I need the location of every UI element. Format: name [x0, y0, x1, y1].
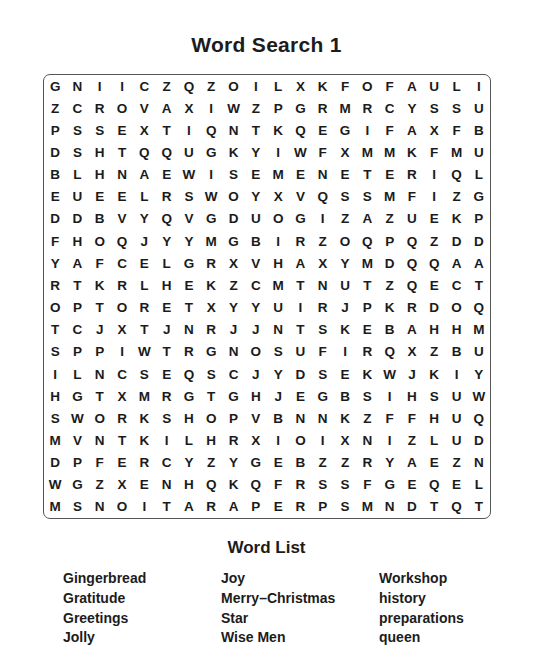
grid-cell-r19c20[interactable]: L — [468, 474, 490, 496]
grid-cell-r10c14[interactable]: U — [334, 274, 356, 296]
grid-cell-r7c3[interactable]: B — [89, 208, 111, 230]
grid-cell-r3c20[interactable]: B — [468, 119, 490, 141]
grid-cell-r17c7[interactable]: L — [178, 429, 200, 451]
grid-cell-r2c1[interactable]: Z — [44, 97, 66, 119]
grid-cell-r8c12[interactable]: R — [289, 230, 311, 252]
grid-cell-r17c10[interactable]: X — [245, 429, 267, 451]
grid-cell-r1c2[interactable]: N — [66, 75, 88, 97]
grid-cell-r20c2[interactable]: S — [66, 496, 88, 518]
grid-cell-r13c4[interactable]: I — [111, 341, 133, 363]
grid-cell-r20c14[interactable]: S — [334, 496, 356, 518]
grid-cell-r4c7[interactable]: U — [178, 141, 200, 163]
grid-cell-r2c9[interactable]: W — [222, 97, 244, 119]
grid-cell-r3c14[interactable]: G — [334, 119, 356, 141]
grid-cell-r4c18[interactable]: F — [423, 141, 445, 163]
grid-cell-r2c11[interactable]: P — [267, 97, 289, 119]
grid-cell-r18c12[interactable]: B — [289, 452, 311, 474]
grid-cell-r10c18[interactable]: E — [423, 274, 445, 296]
grid-cell-r19c5[interactable]: E — [133, 474, 155, 496]
grid-cell-r1c15[interactable]: O — [356, 75, 378, 97]
grid-cell-r2c17[interactable]: Y — [401, 97, 423, 119]
grid-cell-r19c12[interactable]: R — [289, 474, 311, 496]
grid-cell-r8c19[interactable]: D — [445, 230, 467, 252]
grid-cell-r8c8[interactable]: M — [200, 230, 222, 252]
grid-cell-r13c1[interactable]: S — [44, 341, 66, 363]
grid-cell-r12c8[interactable]: R — [200, 319, 222, 341]
grid-cell-r17c6[interactable]: I — [155, 429, 177, 451]
grid-cell-r6c8[interactable]: W — [200, 186, 222, 208]
grid-cell-r2c6[interactable]: A — [155, 97, 177, 119]
grid-cell-r20c6[interactable]: T — [155, 496, 177, 518]
grid-cell-r14c3[interactable]: N — [89, 363, 111, 385]
grid-cell-r15c9[interactable]: G — [222, 385, 244, 407]
grid-cell-r13c8[interactable]: G — [200, 341, 222, 363]
grid-cell-r16c2[interactable]: W — [66, 407, 88, 429]
grid-cell-r7c5[interactable]: Y — [133, 208, 155, 230]
grid-cell-r4c16[interactable]: M — [378, 141, 400, 163]
grid-cell-r16c3[interactable]: O — [89, 407, 111, 429]
grid-cell-r3c8[interactable]: Q — [200, 119, 222, 141]
grid-cell-r8c14[interactable]: O — [334, 230, 356, 252]
grid-cell-r6c18[interactable]: I — [423, 186, 445, 208]
grid-cell-r6c10[interactable]: Y — [245, 186, 267, 208]
grid-cell-r8c9[interactable]: G — [222, 230, 244, 252]
grid-cell-r14c19[interactable]: I — [445, 363, 467, 385]
grid-cell-r15c10[interactable]: H — [245, 385, 267, 407]
grid-cell-r11c13[interactable]: R — [312, 296, 334, 318]
grid-cell-r17c12[interactable]: O — [289, 429, 311, 451]
grid-cell-r12c3[interactable]: J — [89, 319, 111, 341]
grid-cell-r2c10[interactable]: Z — [245, 97, 267, 119]
grid-cell-r19c13[interactable]: S — [312, 474, 334, 496]
grid-cell-r1c7[interactable]: Q — [178, 75, 200, 97]
grid-cell-r11c12[interactable]: I — [289, 296, 311, 318]
grid-cell-r12c1[interactable]: T — [44, 319, 66, 341]
grid-cell-r12c2[interactable]: C — [66, 319, 88, 341]
grid-cell-r16c19[interactable]: U — [445, 407, 467, 429]
grid-cell-r2c15[interactable]: R — [356, 97, 378, 119]
grid-cell-r11c17[interactable]: R — [401, 296, 423, 318]
grid-cell-r7c20[interactable]: P — [468, 208, 490, 230]
grid-cell-r17c3[interactable]: N — [89, 429, 111, 451]
grid-cell-r11c1[interactable]: O — [44, 296, 66, 318]
grid-cell-r14c1[interactable]: I — [44, 363, 66, 385]
grid-cell-r9c9[interactable]: X — [222, 252, 244, 274]
grid-cell-r19c18[interactable]: Q — [423, 474, 445, 496]
grid-cell-r9c15[interactable]: M — [356, 252, 378, 274]
grid-cell-r20c19[interactable]: Q — [445, 496, 467, 518]
grid-cell-r9c7[interactable]: G — [178, 252, 200, 274]
grid-cell-r18c1[interactable]: D — [44, 452, 66, 474]
grid-cell-r14c10[interactable]: J — [245, 363, 267, 385]
grid-cell-r2c4[interactable]: O — [111, 97, 133, 119]
grid-cell-r5c5[interactable]: A — [133, 164, 155, 186]
grid-cell-r12c6[interactable]: J — [155, 319, 177, 341]
grid-cell-r10c2[interactable]: T — [66, 274, 88, 296]
grid-cell-r3c19[interactable]: F — [445, 119, 467, 141]
grid-cell-r3c12[interactable]: Q — [289, 119, 311, 141]
grid-cell-r14c2[interactable]: L — [66, 363, 88, 385]
grid-cell-r19c11[interactable]: F — [267, 474, 289, 496]
grid-cell-r13c14[interactable]: I — [334, 341, 356, 363]
grid-cell-r11c14[interactable]: J — [334, 296, 356, 318]
grid-cell-r3c3[interactable]: S — [89, 119, 111, 141]
grid-cell-r16c15[interactable]: Z — [356, 407, 378, 429]
grid-cell-r6c5[interactable]: L — [133, 186, 155, 208]
grid-cell-r10c3[interactable]: K — [89, 274, 111, 296]
grid-cell-r15c18[interactable]: S — [423, 385, 445, 407]
grid-cell-r1c3[interactable]: I — [89, 75, 111, 97]
grid-cell-r3c6[interactable]: T — [155, 119, 177, 141]
grid-cell-r1c18[interactable]: U — [423, 75, 445, 97]
grid-cell-r19c2[interactable]: G — [66, 474, 88, 496]
grid-cell-r7c13[interactable]: I — [312, 208, 334, 230]
grid-cell-r9c16[interactable]: D — [378, 252, 400, 274]
grid-cell-r14c17[interactable]: J — [401, 363, 423, 385]
grid-cell-r7c17[interactable]: U — [401, 208, 423, 230]
grid-cell-r16c6[interactable]: S — [155, 407, 177, 429]
grid-cell-r20c11[interactable]: E — [267, 496, 289, 518]
grid-cell-r20c4[interactable]: O — [111, 496, 133, 518]
grid-cell-r11c4[interactable]: O — [111, 296, 133, 318]
grid-cell-r1c11[interactable]: L — [267, 75, 289, 97]
grid-cell-r19c6[interactable]: N — [155, 474, 177, 496]
grid-cell-r5c2[interactable]: L — [66, 164, 88, 186]
grid-cell-r3c1[interactable]: P — [44, 119, 66, 141]
grid-cell-r16c14[interactable]: K — [334, 407, 356, 429]
grid-cell-r8c4[interactable]: Q — [111, 230, 133, 252]
grid-cell-r15c14[interactable]: B — [334, 385, 356, 407]
grid-cell-r9c1[interactable]: Y — [44, 252, 66, 274]
grid-cell-r2c14[interactable]: M — [334, 97, 356, 119]
grid-cell-r13c5[interactable]: W — [133, 341, 155, 363]
grid-cell-r4c1[interactable]: D — [44, 141, 66, 163]
grid-cell-r18c15[interactable]: R — [356, 452, 378, 474]
grid-cell-r14c16[interactable]: W — [378, 363, 400, 385]
grid-cell-r8c6[interactable]: Y — [155, 230, 177, 252]
grid-cell-r4c13[interactable]: F — [312, 141, 334, 163]
grid-cell-r3c7[interactable]: I — [178, 119, 200, 141]
grid-cell-r18c13[interactable]: Z — [312, 452, 334, 474]
grid-cell-r10c12[interactable]: T — [289, 274, 311, 296]
grid-cell-r14c13[interactable]: S — [312, 363, 334, 385]
grid-cell-r20c12[interactable]: R — [289, 496, 311, 518]
grid-cell-r7c11[interactable]: O — [267, 208, 289, 230]
grid-cell-r10c19[interactable]: C — [445, 274, 467, 296]
grid-cell-r14c11[interactable]: Y — [267, 363, 289, 385]
grid-cell-r20c15[interactable]: M — [356, 496, 378, 518]
grid-cell-r1c16[interactable]: F — [378, 75, 400, 97]
grid-cell-r18c20[interactable]: N — [468, 452, 490, 474]
grid-cell-r4c4[interactable]: T — [111, 141, 133, 163]
grid-cell-r17c2[interactable]: V — [66, 429, 88, 451]
grid-cell-r16c13[interactable]: N — [312, 407, 334, 429]
grid-cell-r20c1[interactable]: M — [44, 496, 66, 518]
grid-cell-r9c10[interactable]: V — [245, 252, 267, 274]
grid-cell-r1c17[interactable]: A — [401, 75, 423, 97]
grid-cell-r6c3[interactable]: E — [89, 186, 111, 208]
grid-cell-r7c7[interactable]: V — [178, 208, 200, 230]
grid-cell-r12c13[interactable]: S — [312, 319, 334, 341]
grid-cell-r4c2[interactable]: S — [66, 141, 88, 163]
grid-cell-r15c7[interactable]: G — [178, 385, 200, 407]
grid-cell-r10c8[interactable]: K — [200, 274, 222, 296]
grid-cell-r6c6[interactable]: R — [155, 186, 177, 208]
grid-cell-r10c5[interactable]: L — [133, 274, 155, 296]
grid-cell-r1c20[interactable]: I — [468, 75, 490, 97]
grid-cell-r19c19[interactable]: E — [445, 474, 467, 496]
grid-cell-r5c7[interactable]: W — [178, 164, 200, 186]
grid-cell-r12c18[interactable]: H — [423, 319, 445, 341]
grid-cell-r2c12[interactable]: G — [289, 97, 311, 119]
grid-cell-r16c11[interactable]: B — [267, 407, 289, 429]
grid-cell-r15c2[interactable]: G — [66, 385, 88, 407]
grid-cell-r11c8[interactable]: X — [200, 296, 222, 318]
grid-cell-r8c11[interactable]: I — [267, 230, 289, 252]
grid-cell-r16c10[interactable]: V — [245, 407, 267, 429]
grid-cell-r5c6[interactable]: E — [155, 164, 177, 186]
grid-cell-r18c3[interactable]: F — [89, 452, 111, 474]
grid-cell-r2c5[interactable]: V — [133, 97, 155, 119]
grid-cell-r14c9[interactable]: C — [222, 363, 244, 385]
grid-cell-r7c12[interactable]: G — [289, 208, 311, 230]
grid-cell-r18c10[interactable]: G — [245, 452, 267, 474]
grid-cell-r13c20[interactable]: U — [468, 341, 490, 363]
grid-cell-r12c20[interactable]: M — [468, 319, 490, 341]
grid-cell-r2c13[interactable]: R — [312, 97, 334, 119]
grid-cell-r15c6[interactable]: R — [155, 385, 177, 407]
grid-cell-r18c4[interactable]: E — [111, 452, 133, 474]
grid-cell-r18c2[interactable]: P — [66, 452, 88, 474]
grid-cell-r1c6[interactable]: Z — [155, 75, 177, 97]
grid-cell-r11c9[interactable]: Y — [222, 296, 244, 318]
grid-cell-r17c5[interactable]: K — [133, 429, 155, 451]
grid-cell-r10c11[interactable]: M — [267, 274, 289, 296]
grid-cell-r16c7[interactable]: H — [178, 407, 200, 429]
grid-cell-r15c20[interactable]: W — [468, 385, 490, 407]
grid-cell-r2c19[interactable]: S — [445, 97, 467, 119]
grid-cell-r6c4[interactable]: E — [111, 186, 133, 208]
grid-cell-r20c8[interactable]: R — [200, 496, 222, 518]
grid-cell-r3c5[interactable]: X — [133, 119, 155, 141]
grid-cell-r7c6[interactable]: Q — [155, 208, 177, 230]
grid-cell-r17c16[interactable]: I — [378, 429, 400, 451]
grid-cell-r3c2[interactable]: S — [66, 119, 88, 141]
grid-cell-r6c20[interactable]: G — [468, 186, 490, 208]
grid-cell-r18c16[interactable]: Y — [378, 452, 400, 474]
grid-cell-r12c10[interactable]: J — [245, 319, 267, 341]
grid-cell-r9c17[interactable]: Q — [401, 252, 423, 274]
grid-cell-r5c3[interactable]: H — [89, 164, 111, 186]
grid-cell-r14c7[interactable]: Q — [178, 363, 200, 385]
grid-cell-r11c15[interactable]: P — [356, 296, 378, 318]
grid-cell-r11c18[interactable]: D — [423, 296, 445, 318]
grid-cell-r13c11[interactable]: S — [267, 341, 289, 363]
grid-cell-r6c15[interactable]: S — [356, 186, 378, 208]
grid-cell-r2c7[interactable]: X — [178, 97, 200, 119]
grid-cell-r19c1[interactable]: W — [44, 474, 66, 496]
grid-cell-r20c5[interactable]: I — [133, 496, 155, 518]
grid-cell-r7c9[interactable]: D — [222, 208, 244, 230]
grid-cell-r11c16[interactable]: K — [378, 296, 400, 318]
grid-cell-r7c19[interactable]: K — [445, 208, 467, 230]
grid-cell-r7c18[interactable]: E — [423, 208, 445, 230]
grid-cell-r3c15[interactable]: I — [356, 119, 378, 141]
grid-cell-r7c2[interactable]: D — [66, 208, 88, 230]
grid-cell-r14c5[interactable]: S — [133, 363, 155, 385]
grid-cell-r2c2[interactable]: C — [66, 97, 88, 119]
grid-cell-r19c14[interactable]: S — [334, 474, 356, 496]
grid-cell-r14c20[interactable]: Y — [468, 363, 490, 385]
grid-cell-r9c8[interactable]: R — [200, 252, 222, 274]
grid-cell-r20c10[interactable]: P — [245, 496, 267, 518]
grid-cell-r9c12[interactable]: A — [289, 252, 311, 274]
grid-cell-r12c12[interactable]: T — [289, 319, 311, 341]
grid-cell-r12c4[interactable]: X — [111, 319, 133, 341]
grid-cell-r10c10[interactable]: C — [245, 274, 267, 296]
grid-cell-r15c19[interactable]: U — [445, 385, 467, 407]
grid-cell-r14c15[interactable]: K — [356, 363, 378, 385]
grid-cell-r5c4[interactable]: N — [111, 164, 133, 186]
grid-cell-r15c3[interactable]: T — [89, 385, 111, 407]
grid-cell-r3c17[interactable]: A — [401, 119, 423, 141]
grid-cell-r1c4[interactable]: I — [111, 75, 133, 97]
grid-cell-r4c12[interactable]: W — [289, 141, 311, 163]
grid-cell-r19c7[interactable]: H — [178, 474, 200, 496]
grid-cell-r5c12[interactable]: E — [289, 164, 311, 186]
grid-cell-r18c18[interactable]: E — [423, 452, 445, 474]
grid-cell-r3c18[interactable]: X — [423, 119, 445, 141]
grid-cell-r11c19[interactable]: O — [445, 296, 467, 318]
grid-cell-r5c16[interactable]: E — [378, 164, 400, 186]
grid-cell-r7c16[interactable]: Z — [378, 208, 400, 230]
grid-cell-r18c19[interactable]: Z — [445, 452, 467, 474]
grid-cell-r6c16[interactable]: M — [378, 186, 400, 208]
grid-cell-r13c6[interactable]: T — [155, 341, 177, 363]
grid-cell-r6c14[interactable]: S — [334, 186, 356, 208]
grid-cell-r8c5[interactable]: J — [133, 230, 155, 252]
grid-cell-r4c14[interactable]: X — [334, 141, 356, 163]
grid-cell-r14c12[interactable]: D — [289, 363, 311, 385]
grid-cell-r5c14[interactable]: E — [334, 164, 356, 186]
grid-cell-r16c18[interactable]: H — [423, 407, 445, 429]
grid-cell-r13c7[interactable]: R — [178, 341, 200, 363]
grid-cell-r16c12[interactable]: N — [289, 407, 311, 429]
grid-cell-r17c13[interactable]: I — [312, 429, 334, 451]
grid-cell-r14c6[interactable]: E — [155, 363, 177, 385]
grid-cell-r5c10[interactable]: E — [245, 164, 267, 186]
grid-cell-r13c15[interactable]: R — [356, 341, 378, 363]
grid-cell-r10c13[interactable]: N — [312, 274, 334, 296]
grid-cell-r19c15[interactable]: F — [356, 474, 378, 496]
grid-cell-r6c13[interactable]: Q — [312, 186, 334, 208]
grid-cell-r6c7[interactable]: S — [178, 186, 200, 208]
grid-cell-r1c8[interactable]: Z — [200, 75, 222, 97]
grid-cell-r8c10[interactable]: B — [245, 230, 267, 252]
grid-cell-r17c17[interactable]: Z — [401, 429, 423, 451]
grid-cell-r15c13[interactable]: G — [312, 385, 334, 407]
grid-cell-r17c14[interactable]: X — [334, 429, 356, 451]
grid-cell-r12c19[interactable]: H — [445, 319, 467, 341]
grid-cell-r10c6[interactable]: H — [155, 274, 177, 296]
grid-cell-r9c13[interactable]: X — [312, 252, 334, 274]
grid-cell-r5c13[interactable]: N — [312, 164, 334, 186]
grid-cell-r8c16[interactable]: P — [378, 230, 400, 252]
grid-cell-r20c7[interactable]: A — [178, 496, 200, 518]
grid-cell-r16c16[interactable]: F — [378, 407, 400, 429]
grid-cell-r19c17[interactable]: E — [401, 474, 423, 496]
grid-cell-r15c12[interactable]: E — [289, 385, 311, 407]
grid-cell-r9c19[interactable]: A — [445, 252, 467, 274]
grid-cell-r2c20[interactable]: U — [468, 97, 490, 119]
grid-cell-r4c5[interactable]: Q — [133, 141, 155, 163]
grid-cell-r4c10[interactable]: Y — [245, 141, 267, 163]
grid-cell-r13c9[interactable]: N — [222, 341, 244, 363]
grid-cell-r8c7[interactable]: Y — [178, 230, 200, 252]
grid-cell-r13c16[interactable]: Q — [378, 341, 400, 363]
grid-cell-r10c1[interactable]: R — [44, 274, 66, 296]
grid-cell-r17c15[interactable]: N — [356, 429, 378, 451]
grid-cell-r9c20[interactable]: A — [468, 252, 490, 274]
grid-cell-r19c8[interactable]: Q — [200, 474, 222, 496]
grid-cell-r18c9[interactable]: Y — [222, 452, 244, 474]
grid-cell-r6c12[interactable]: V — [289, 186, 311, 208]
grid-cell-r18c5[interactable]: R — [133, 452, 155, 474]
grid-cell-r4c11[interactable]: I — [267, 141, 289, 163]
grid-cell-r12c15[interactable]: E — [356, 319, 378, 341]
grid-cell-r5c9[interactable]: S — [222, 164, 244, 186]
grid-cell-r5c11[interactable]: M — [267, 164, 289, 186]
grid-cell-r11c10[interactable]: Y — [245, 296, 267, 318]
grid-cell-r14c8[interactable]: S — [200, 363, 222, 385]
grid-cell-r9c6[interactable]: L — [155, 252, 177, 274]
grid-cell-r17c8[interactable]: H — [200, 429, 222, 451]
grid-cell-r18c7[interactable]: Y — [178, 452, 200, 474]
grid-cell-r18c6[interactable]: C — [155, 452, 177, 474]
grid-cell-r15c16[interactable]: I — [378, 385, 400, 407]
grid-cell-r13c2[interactable]: P — [66, 341, 88, 363]
grid-cell-r4c20[interactable]: U — [468, 141, 490, 163]
grid-cell-r17c4[interactable]: T — [111, 429, 133, 451]
grid-cell-r10c16[interactable]: Z — [378, 274, 400, 296]
grid-cell-r18c17[interactable]: A — [401, 452, 423, 474]
grid-cell-r1c10[interactable]: I — [245, 75, 267, 97]
grid-cell-r7c1[interactable]: D — [44, 208, 66, 230]
grid-cell-r14c14[interactable]: E — [334, 363, 356, 385]
grid-cell-r7c8[interactable]: G — [200, 208, 222, 230]
grid-cell-r19c16[interactable]: G — [378, 474, 400, 496]
grid-cell-r15c11[interactable]: J — [267, 385, 289, 407]
grid-cell-r11c3[interactable]: T — [89, 296, 111, 318]
grid-cell-r13c18[interactable]: Z — [423, 341, 445, 363]
grid-cell-r16c17[interactable]: F — [401, 407, 423, 429]
grid-cell-r1c12[interactable]: X — [289, 75, 311, 97]
grid-cell-r17c1[interactable]: M — [44, 429, 66, 451]
grid-cell-r7c4[interactable]: V — [111, 208, 133, 230]
grid-cell-r17c11[interactable]: I — [267, 429, 289, 451]
grid-cell-r3c16[interactable]: F — [378, 119, 400, 141]
grid-cell-r12c14[interactable]: K — [334, 319, 356, 341]
grid-cell-r16c5[interactable]: K — [133, 407, 155, 429]
grid-cell-r4c6[interactable]: Q — [155, 141, 177, 163]
grid-cell-r1c9[interactable]: O — [222, 75, 244, 97]
grid-cell-r8c15[interactable]: Q — [356, 230, 378, 252]
grid-cell-r13c12[interactable]: U — [289, 341, 311, 363]
grid-cell-r3c10[interactable]: T — [245, 119, 267, 141]
grid-cell-r3c4[interactable]: E — [111, 119, 133, 141]
grid-cell-r11c11[interactable]: U — [267, 296, 289, 318]
grid-cell-r1c1[interactable]: G — [44, 75, 66, 97]
